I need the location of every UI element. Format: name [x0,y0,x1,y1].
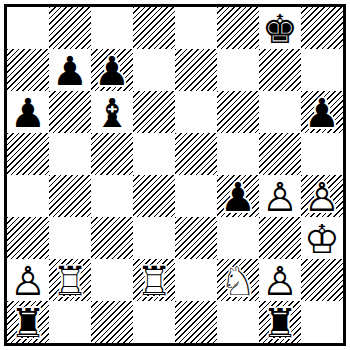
square-d5[interactable] [133,133,175,175]
square-b4[interactable] [49,175,91,217]
square-e8[interactable] [175,7,217,49]
square-d8[interactable] [133,7,175,49]
piece-outline-glyph: ♖ [49,259,91,301]
square-h3[interactable]: ♚♔ [301,217,343,259]
square-e1[interactable] [175,301,217,343]
white-king-h3: ♚♔ [301,217,343,259]
square-e6[interactable] [175,91,217,133]
square-g7[interactable] [259,49,301,91]
square-a8[interactable] [7,7,49,49]
square-b6[interactable] [49,91,91,133]
square-d3[interactable] [133,217,175,259]
square-h4[interactable]: ♟♙ [301,175,343,217]
piece-fill-glyph: ♜ [7,301,49,343]
white-rook-d2: ♜♖ [133,259,175,301]
piece-fill-glyph: ♝ [91,91,133,133]
piece-outline-glyph: ♙ [7,259,49,301]
square-h5[interactable] [301,133,343,175]
board-frame: ♚♟♟♟♝♟♟♟♙♟♙♚♔♟♙♜♖♜♖♞♘♟♙♜♜ [4,4,346,346]
piece-outline-glyph: ♙ [259,175,301,217]
square-f3[interactable] [217,217,259,259]
square-c2[interactable] [91,259,133,301]
square-e4[interactable] [175,175,217,217]
square-f1[interactable] [217,301,259,343]
square-f8[interactable] [217,7,259,49]
square-g3[interactable] [259,217,301,259]
square-g6[interactable] [259,91,301,133]
square-g2[interactable]: ♟♙ [259,259,301,301]
square-f6[interactable] [217,91,259,133]
square-e2[interactable] [175,259,217,301]
black-pawn-c7: ♟ [91,49,133,91]
square-b5[interactable] [49,133,91,175]
square-g8[interactable]: ♚ [259,7,301,49]
square-g4[interactable]: ♟♙ [259,175,301,217]
square-f2[interactable]: ♞♘ [217,259,259,301]
square-d7[interactable] [133,49,175,91]
white-rook-b2: ♜♖ [49,259,91,301]
piece-fill-glyph: ♚ [259,7,301,49]
square-h8[interactable] [301,7,343,49]
square-a2[interactable]: ♟♙ [7,259,49,301]
square-d6[interactable] [133,91,175,133]
square-b3[interactable] [49,217,91,259]
black-pawn-a6: ♟ [7,91,49,133]
black-rook-a1: ♜ [7,301,49,343]
piece-fill-glyph: ♟ [301,91,343,133]
square-a6[interactable]: ♟ [7,91,49,133]
square-d4[interactable] [133,175,175,217]
piece-outline-glyph: ♙ [259,259,301,301]
white-pawn-a2: ♟♙ [7,259,49,301]
black-king-g8: ♚ [259,7,301,49]
piece-fill-glyph: ♟ [91,49,133,91]
square-c5[interactable] [91,133,133,175]
piece-outline-glyph: ♔ [301,217,343,259]
square-a5[interactable] [7,133,49,175]
piece-fill-glyph: ♟ [49,49,91,91]
piece-outline-glyph: ♖ [133,259,175,301]
white-pawn-g2: ♟♙ [259,259,301,301]
piece-outline-glyph: ♘ [217,259,259,301]
square-h1[interactable] [301,301,343,343]
square-e7[interactable] [175,49,217,91]
square-b7[interactable]: ♟ [49,49,91,91]
square-g5[interactable] [259,133,301,175]
square-h6[interactable]: ♟ [301,91,343,133]
square-a4[interactable] [7,175,49,217]
black-rook-g1: ♜ [259,301,301,343]
white-pawn-g4: ♟♙ [259,175,301,217]
square-c8[interactable] [91,7,133,49]
square-e3[interactable] [175,217,217,259]
piece-fill-glyph: ♜ [259,301,301,343]
square-c4[interactable] [91,175,133,217]
square-c1[interactable] [91,301,133,343]
white-knight-f2: ♞♘ [217,259,259,301]
black-pawn-b7: ♟ [49,49,91,91]
square-f7[interactable] [217,49,259,91]
square-h7[interactable] [301,49,343,91]
square-b1[interactable] [49,301,91,343]
black-pawn-f4: ♟ [217,175,259,217]
square-c6[interactable]: ♝ [91,91,133,133]
white-pawn-h4: ♟♙ [301,175,343,217]
square-d1[interactable] [133,301,175,343]
square-g1[interactable]: ♜ [259,301,301,343]
piece-outline-glyph: ♙ [301,175,343,217]
square-c3[interactable] [91,217,133,259]
black-pawn-h6: ♟ [301,91,343,133]
square-f4[interactable]: ♟ [217,175,259,217]
square-e5[interactable] [175,133,217,175]
square-c7[interactable]: ♟ [91,49,133,91]
piece-fill-glyph: ♟ [7,91,49,133]
square-f5[interactable] [217,133,259,175]
piece-fill-glyph: ♟ [217,175,259,217]
square-h2[interactable] [301,259,343,301]
square-d2[interactable]: ♜♖ [133,259,175,301]
black-bishop-c6: ♝ [91,91,133,133]
square-a3[interactable] [7,217,49,259]
square-a7[interactable] [7,49,49,91]
square-b8[interactable] [49,7,91,49]
chessboard: ♚♟♟♟♝♟♟♟♙♟♙♚♔♟♙♜♖♜♖♞♘♟♙♜♜ [7,7,343,343]
square-a1[interactable]: ♜ [7,301,49,343]
square-b2[interactable]: ♜♖ [49,259,91,301]
